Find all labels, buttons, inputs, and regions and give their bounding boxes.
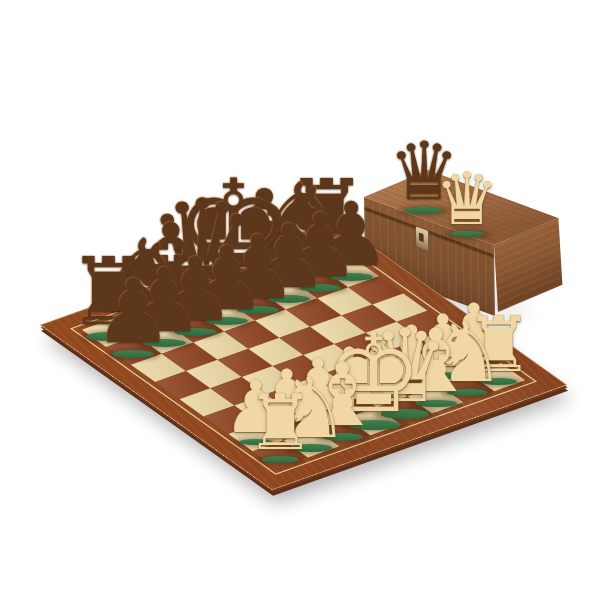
white-rook-icon: ♜: [246, 385, 314, 461]
black-pawn-icon: ♟: [94, 268, 173, 356]
chess-set-photo-scene: ♛♛ ♜♞♝♛♚♝♞♜♟♟♟♟♟♟♟♟♟♟♟♟♟♟♟♟♜♞♝♚♛♝♞♜: [0, 0, 600, 600]
pieces-layer: ♜♞♝♛♚♝♞♜♟♟♟♟♟♟♟♟♟♟♟♟♟♟♟♟♜♞♝♚♛♝♞♜: [0, 0, 600, 600]
